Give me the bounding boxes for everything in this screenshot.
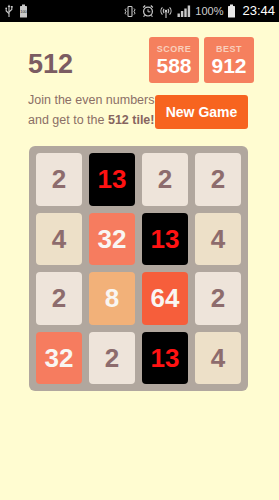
tile-r1c1: 2 (36, 153, 82, 206)
best-value: 912 (211, 55, 246, 76)
vibrate-icon (123, 5, 137, 18)
tile-r4c1: 32 (36, 332, 82, 385)
tile-r1c3: 2 (142, 153, 188, 206)
usb-icon (4, 4, 14, 18)
score-value: 588 (156, 55, 191, 76)
intro-goal-text: 512 tile! (108, 113, 155, 127)
battery-percent-text: 100% (195, 5, 223, 17)
intro-line1: Join the even numbers (28, 93, 154, 107)
score-panel: SCORE 588 BEST 912 (149, 37, 254, 83)
tile-r4c4: 4 (195, 332, 241, 385)
tile-r2c2: 32 (89, 213, 135, 266)
tile-r2c3: 13 (142, 213, 188, 266)
tile-r1c2: 13 (89, 153, 135, 206)
battery-icon (227, 4, 236, 18)
tile-r3c1: 2 (36, 272, 82, 325)
app-window: 100 (0, 0, 279, 500)
tile-r2c1: 4 (36, 213, 82, 266)
tile-r4c2: 2 (89, 332, 135, 385)
tile-r3c3: 64 (142, 272, 188, 325)
tile-r1c4: 2 (195, 153, 241, 206)
new-game-button[interactable]: New Game (155, 95, 248, 129)
battery-level-icon: 100 (19, 4, 28, 18)
score-box: SCORE 588 (149, 37, 199, 83)
status-bar-right: 100% 23:44 (123, 0, 275, 22)
score-label: SCORE (157, 44, 192, 54)
tile-r4c3: 13 (142, 332, 188, 385)
alarm-icon (141, 4, 155, 18)
tile-r3c2: 8 (89, 272, 135, 325)
svg-text:100: 100 (20, 9, 27, 14)
signal-bars-icon (177, 5, 191, 17)
antenna-icon (159, 5, 173, 18)
board-grid[interactable]: 2132243213428642322134 (29, 146, 248, 391)
best-box: BEST 912 (204, 37, 254, 83)
clock-text: 23:44 (242, 0, 275, 22)
tile-r3c4: 2 (195, 272, 241, 325)
intro-text: Join the even numbers and get to the 512… (28, 91, 163, 130)
status-bar: 100 (0, 0, 279, 22)
page-title: 512 (28, 52, 73, 76)
best-label: BEST (216, 44, 242, 54)
intro-line2-prefix: and get to the (28, 113, 108, 127)
tile-r2c4: 4 (195, 213, 241, 266)
